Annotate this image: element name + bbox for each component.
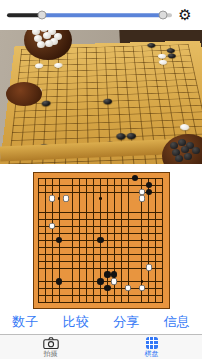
board-section [0, 164, 202, 310]
digital-go-board[interactable] [33, 172, 170, 309]
tab-board[interactable]: 棋盘 [101, 335, 202, 359]
bowl-stone [45, 40, 53, 47]
threshold-range-slider[interactable] [5, 0, 173, 30]
photo-white-stone [179, 124, 189, 130]
black-stone [104, 285, 110, 291]
white-stone [63, 195, 69, 201]
slider-track-selected[interactable] [42, 13, 163, 17]
white-stone [139, 285, 145, 291]
photo-black-stone [167, 53, 176, 58]
bowl-stone [178, 139, 186, 146]
nav-count-score[interactable]: 数子 [0, 313, 51, 331]
photo-black-stone [126, 133, 136, 140]
black-stone [104, 271, 110, 277]
black-stone [56, 278, 62, 284]
star-point [99, 197, 102, 200]
white-stone [49, 195, 55, 201]
star-point [141, 239, 144, 242]
white-stone [125, 285, 131, 291]
bowl-lid [6, 82, 42, 106]
bowl-stone [37, 41, 45, 48]
nav-compare[interactable]: 比较 [51, 313, 102, 331]
nav-info[interactable]: 信息 [152, 313, 203, 331]
black-stone [97, 278, 103, 284]
tab-camera-label: 拍摄 [44, 350, 58, 357]
bowl-stone [181, 146, 189, 153]
settings-gear-icon[interactable]: ⚙ [173, 0, 197, 30]
photo-black-stone [42, 100, 51, 106]
black-stone [111, 271, 117, 277]
white-stone [111, 278, 117, 284]
photo-black-stone [166, 48, 175, 53]
tab-board-label: 棋盘 [145, 350, 159, 357]
nav-share[interactable]: 分享 [101, 313, 152, 331]
white-stone [139, 189, 145, 195]
photo-white-stone [34, 63, 43, 68]
photo-original-board [0, 30, 202, 164]
star-point [141, 280, 144, 283]
white-stone [139, 195, 145, 201]
black-stone [132, 175, 138, 181]
black-stone [56, 237, 62, 243]
bowl-stone [43, 32, 51, 39]
board-icon [146, 337, 158, 349]
bowl-stone [175, 155, 183, 162]
black-stone [146, 182, 152, 188]
white-stone [49, 223, 55, 229]
photo-white-stone [158, 54, 167, 59]
slider-thumb-right[interactable] [158, 11, 167, 20]
white-stone [146, 264, 152, 270]
photo-black-stone [103, 98, 112, 104]
digital-go-board-grid[interactable] [38, 178, 163, 303]
bowl-stone [184, 153, 192, 160]
camera-icon [43, 337, 59, 349]
star-point [58, 197, 61, 200]
photo-white-stone [158, 59, 167, 64]
action-nav: 数子 比较 分享 信息 [0, 310, 202, 334]
black-stone [97, 237, 103, 243]
photo-black-stone [116, 133, 126, 140]
tab-camera[interactable]: 拍摄 [0, 335, 101, 359]
top-bar: ⚙ [0, 0, 202, 30]
bowl-stone [192, 147, 200, 154]
bottom-toolbar: 拍摄 棋盘 [0, 334, 202, 359]
black-stone [146, 189, 152, 195]
bowl-stone [170, 142, 178, 149]
photo-white-stone [54, 62, 62, 67]
slider-thumb-left[interactable] [37, 11, 46, 20]
photo-black-stone [147, 43, 156, 48]
